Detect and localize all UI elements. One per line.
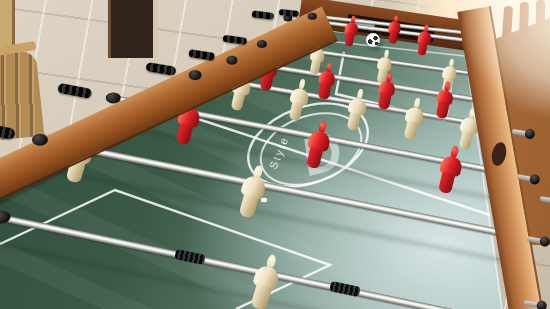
figure-legs [378,93,391,110]
rod-bushing [106,92,121,103]
figure-legs [346,111,361,131]
figure-legs [344,33,355,47]
figure-legs [288,101,303,121]
doorway [108,0,158,58]
rod-bushing [189,70,202,80]
figure-legs [388,31,398,44]
figure-legs [318,83,331,100]
figure-legs [176,122,194,145]
foosball-photo: D Style [0,0,550,309]
figure-legs [239,193,259,218]
figure-legs [436,102,449,119]
figure-legs [417,42,428,56]
figure-legs [250,284,272,309]
rod-bushing [257,40,267,48]
figure-legs [230,91,245,111]
figure-legs [306,147,324,170]
rod-bushing [308,13,317,20]
figure-legs [403,121,418,141]
figure-legs [438,172,456,195]
wood-trim [0,0,15,46]
rod-bushing [226,56,237,65]
ball [366,33,380,47]
